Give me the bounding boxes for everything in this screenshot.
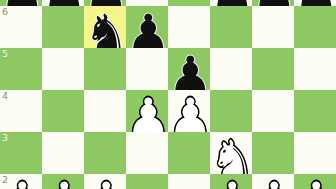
square-d5[interactable] <box>126 48 168 90</box>
white-pawn-f2[interactable]: ♟ <box>210 180 252 189</box>
square-f4[interactable] <box>210 90 252 132</box>
white-pawn-h2[interactable]: ♟ <box>294 180 336 189</box>
square-h2[interactable]: ♟ <box>294 174 336 189</box>
rank-label-4: 4 <box>2 91 8 101</box>
square-e4[interactable]: ♟ <box>168 90 210 132</box>
square-g4[interactable] <box>252 90 294 132</box>
square-b6[interactable] <box>42 6 84 48</box>
chess-board: ♟♟♟♟♟♟6♞♟5♟4♟♟3♞2♟♟♟♟♟♟ <box>0 0 336 189</box>
square-d4[interactable]: ♟ <box>126 90 168 132</box>
square-e2[interactable] <box>168 174 210 189</box>
square-f3[interactable]: ♞ <box>210 132 252 174</box>
square-b4[interactable] <box>42 90 84 132</box>
rank-label-3: 3 <box>2 133 8 143</box>
square-e6[interactable] <box>168 6 210 48</box>
square-e3[interactable] <box>168 132 210 174</box>
square-g6[interactable] <box>252 6 294 48</box>
square-d2[interactable] <box>126 174 168 189</box>
rank-label-5: 5 <box>2 49 8 59</box>
square-f2[interactable]: ♟ <box>210 174 252 189</box>
square-c2[interactable]: ♟ <box>84 174 126 189</box>
square-h6[interactable] <box>294 6 336 48</box>
square-g3[interactable] <box>252 132 294 174</box>
square-f5[interactable] <box>210 48 252 90</box>
square-c6[interactable]: ♞ <box>84 6 126 48</box>
chessboard-screenshot: ♟♟♟♟♟♟6♞♟5♟4♟♟3♞2♟♟♟♟♟♟ <box>0 0 336 189</box>
square-d6[interactable]: ♟ <box>126 6 168 48</box>
square-h5[interactable] <box>294 48 336 90</box>
square-h3[interactable] <box>294 132 336 174</box>
square-b5[interactable] <box>42 48 84 90</box>
square-a5[interactable]: 5 <box>0 48 42 90</box>
square-a6[interactable]: 6 <box>0 6 42 48</box>
square-c3[interactable] <box>84 132 126 174</box>
square-h4[interactable] <box>294 90 336 132</box>
square-a2[interactable]: 2♟ <box>0 174 42 189</box>
square-b2[interactable]: ♟ <box>42 174 84 189</box>
square-c4[interactable] <box>84 90 126 132</box>
square-c5[interactable] <box>84 48 126 90</box>
square-a3[interactable]: 3 <box>0 132 42 174</box>
square-g5[interactable] <box>252 48 294 90</box>
white-pawn-c2[interactable]: ♟ <box>84 180 126 189</box>
square-b3[interactable] <box>42 132 84 174</box>
white-pawn-g2[interactable]: ♟ <box>252 180 294 189</box>
square-e5[interactable]: ♟ <box>168 48 210 90</box>
square-f6[interactable] <box>210 6 252 48</box>
rank-label-6: 6 <box>2 7 8 17</box>
square-d3[interactable] <box>126 132 168 174</box>
square-a4[interactable]: 4 <box>0 90 42 132</box>
white-pawn-a2[interactable]: ♟ <box>0 180 42 189</box>
square-g2[interactable]: ♟ <box>252 174 294 189</box>
white-pawn-b2[interactable]: ♟ <box>42 180 84 189</box>
